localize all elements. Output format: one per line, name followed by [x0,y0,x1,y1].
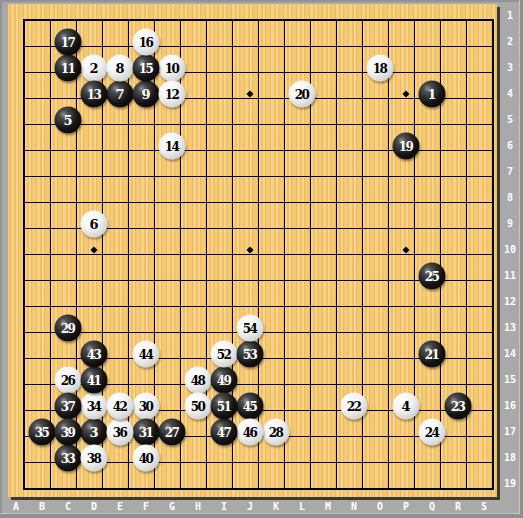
row-label-8: 8 [499,192,521,204]
white-stone-46: 46 [237,419,264,446]
frame-edge-left [0,0,2,518]
black-stone-21: 21 [419,341,446,368]
stone-move-number: 11 [61,62,75,74]
black-stone-13: 13 [81,81,108,108]
col-label-O: O [367,501,393,513]
black-stone-19: 19 [393,133,420,160]
black-stone-31: 31 [133,419,160,446]
black-stone-53: 53 [237,341,264,368]
white-stone-6: 6 [81,211,108,238]
white-stone-12: 12 [159,81,186,108]
white-stone-16: 16 [133,29,160,56]
black-stone-41: 41 [81,367,108,394]
stone-move-number: 30 [139,400,153,412]
col-label-R: R [445,501,471,513]
frame-edge-bottom [0,514,523,518]
stone-move-number: 33 [61,452,75,464]
row-label-2: 2 [499,36,521,48]
stone-move-number: 37 [61,400,75,412]
stone-move-number: 51 [217,400,231,412]
stone-move-number: 35 [35,426,49,438]
white-stone-14: 14 [159,133,186,160]
stone-move-number: 20 [295,88,309,100]
black-stone-29: 29 [55,315,82,342]
stone-move-number: 47 [217,426,231,438]
stone-move-number: 31 [139,426,153,438]
black-stone-33: 33 [55,445,82,472]
stone-move-number: 26 [61,374,75,386]
white-stone-50: 50 [185,393,212,420]
stone-move-number: 46 [243,426,257,438]
stone-move-number: 28 [269,426,283,438]
col-label-A: A [3,501,29,513]
white-stone-8: 8 [107,55,134,82]
row-label-13: 13 [499,322,521,334]
stone-move-number: 2 [89,62,98,75]
white-stone-2: 2 [81,55,108,82]
black-stone-39: 39 [55,419,82,446]
col-label-L: L [289,501,315,513]
col-label-C: C [55,501,81,513]
black-stone-51: 51 [211,393,238,420]
stone-move-number: 41 [87,374,101,386]
col-label-K: K [263,501,289,513]
stone-move-number: 12 [165,88,179,100]
col-label-D: D [81,501,107,513]
row-label-15: 15 [499,374,521,386]
black-stone-7: 7 [107,81,134,108]
col-label-G: G [159,501,185,513]
white-stone-20: 20 [289,81,316,108]
black-stone-23: 23 [445,393,472,420]
col-label-H: H [185,501,211,513]
row-label-4: 4 [499,88,521,100]
stone-move-number: 42 [113,400,127,412]
stone-move-number: 22 [347,400,361,412]
row-label-3: 3 [499,62,521,74]
black-stone-43: 43 [81,341,108,368]
col-label-B: B [29,501,55,513]
black-stone-49: 49 [211,367,238,394]
stone-move-number: 52 [217,348,231,360]
stone-move-number: 25 [425,270,439,282]
white-stone-30: 30 [133,393,160,420]
col-label-Q: Q [419,501,445,513]
black-stone-25: 25 [419,263,446,290]
black-stone-1: 1 [419,81,446,108]
black-stone-15: 15 [133,55,160,82]
row-label-6: 6 [499,140,521,152]
black-stone-3: 3 [81,419,108,446]
white-stone-44: 44 [133,341,160,368]
row-label-5: 5 [499,114,521,126]
stone-move-number: 17 [61,36,75,48]
row-label-18: 18 [499,452,521,464]
white-stone-40: 40 [133,445,160,472]
black-stone-11: 11 [55,55,82,82]
col-label-S: S [471,501,497,513]
row-label-7: 7 [499,166,521,178]
stone-move-number: 16 [139,36,153,48]
white-stone-38: 38 [81,445,108,472]
white-stone-26: 26 [55,367,82,394]
row-label-17: 17 [499,426,521,438]
col-label-F: F [133,501,159,513]
row-label-1: 1 [499,10,521,22]
row-label-19: 19 [499,478,521,490]
stone-move-number: 6 [89,218,98,231]
row-label-16: 16 [499,400,521,412]
black-stone-5: 5 [55,107,82,134]
stone-move-number: 3 [89,426,98,439]
col-label-N: N [341,501,367,513]
stone-move-number: 27 [165,426,179,438]
col-label-I: I [211,501,237,513]
row-label-9: 9 [499,218,521,230]
stone-move-number: 9 [141,88,150,101]
go-diagram-window: 1234567891011121314151617181920212223242… [0,0,523,518]
black-stone-9: 9 [133,81,160,108]
col-label-E: E [107,501,133,513]
row-label-14: 14 [499,348,521,360]
stone-move-number: 24 [425,426,439,438]
stone-move-number: 54 [243,322,257,334]
white-stone-54: 54 [237,315,264,342]
stone-move-number: 5 [63,114,72,127]
white-stone-52: 52 [211,341,238,368]
stone-move-number: 29 [61,322,75,334]
stone-move-number: 53 [243,348,257,360]
stone-move-number: 39 [61,426,75,438]
stone-move-number: 36 [113,426,127,438]
stone-move-number: 23 [451,400,465,412]
black-stone-35: 35 [29,419,56,446]
black-stone-37: 37 [55,393,82,420]
col-label-J: J [237,501,263,513]
stone-move-number: 14 [165,140,179,152]
stone-move-number: 21 [425,348,439,360]
stone-move-number: 7 [115,88,124,101]
stone-move-number: 8 [115,62,124,75]
black-stone-17: 17 [55,29,82,56]
stone-move-number: 34 [87,400,101,412]
stone-move-number: 1 [427,88,436,101]
row-label-11: 11 [499,270,521,282]
stone-move-number: 19 [399,140,413,152]
black-stone-45: 45 [237,393,264,420]
white-stone-36: 36 [107,419,134,446]
stone-move-number: 49 [217,374,231,386]
white-stone-24: 24 [419,419,446,446]
stone-move-number: 44 [139,348,153,360]
stone-move-number: 43 [87,348,101,360]
white-stone-10: 10 [159,55,186,82]
row-label-12: 12 [499,296,521,308]
stone-move-number: 45 [243,400,257,412]
stone-move-number: 48 [191,374,205,386]
white-stone-4: 4 [393,393,420,420]
row-label-10: 10 [499,244,521,256]
stone-move-number: 4 [401,400,410,413]
black-stone-27: 27 [159,419,186,446]
frame-edge-top [0,0,523,2]
stone-move-number: 38 [87,452,101,464]
white-stone-18: 18 [367,55,394,82]
stone-move-number: 50 [191,400,205,412]
black-stone-47: 47 [211,419,238,446]
stone-move-number: 15 [139,62,153,74]
white-stone-28: 28 [263,419,290,446]
stone-move-number: 40 [139,452,153,464]
white-stone-48: 48 [185,367,212,394]
white-stone-22: 22 [341,393,368,420]
stone-move-number: 13 [87,88,101,100]
col-label-M: M [315,501,341,513]
stone-move-number: 18 [373,62,387,74]
white-stone-34: 34 [81,393,108,420]
stone-move-number: 10 [165,62,179,74]
col-label-P: P [393,501,419,513]
white-stone-42: 42 [107,393,134,420]
